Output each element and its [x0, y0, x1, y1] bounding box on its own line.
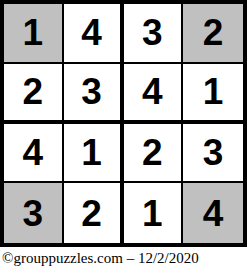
- cell-r2c4: 1: [183, 64, 243, 124]
- cell-r1c1: 1: [4, 4, 64, 64]
- cell-r3c2: 1: [64, 124, 124, 184]
- cell-r2c2: 3: [64, 64, 124, 124]
- copyright-footer: ©grouppuzzles.com – 12/2/2020: [2, 247, 247, 269]
- copyright-text: ©grouppuzzles.com – 12/2/2020: [2, 250, 199, 267]
- sudoku-board: 1432234141233214: [0, 0, 247, 247]
- cell-r4c3: 1: [124, 183, 184, 243]
- cell-r2c1: 2: [4, 64, 64, 124]
- cell-r2c3: 4: [124, 64, 184, 124]
- cell-r3c3: 2: [124, 124, 184, 184]
- cell-r1c3: 3: [124, 4, 184, 64]
- cell-r3c1: 4: [4, 124, 64, 184]
- cell-r4c4: 4: [183, 183, 243, 243]
- cell-r1c2: 4: [64, 4, 124, 64]
- cell-r4c2: 2: [64, 183, 124, 243]
- cell-r1c4: 2: [183, 4, 243, 64]
- cell-r3c4: 3: [183, 124, 243, 184]
- cell-r4c1: 3: [4, 183, 64, 243]
- puzzle-page: 1432234141233214 ©grouppuzzles.com – 12/…: [0, 0, 247, 269]
